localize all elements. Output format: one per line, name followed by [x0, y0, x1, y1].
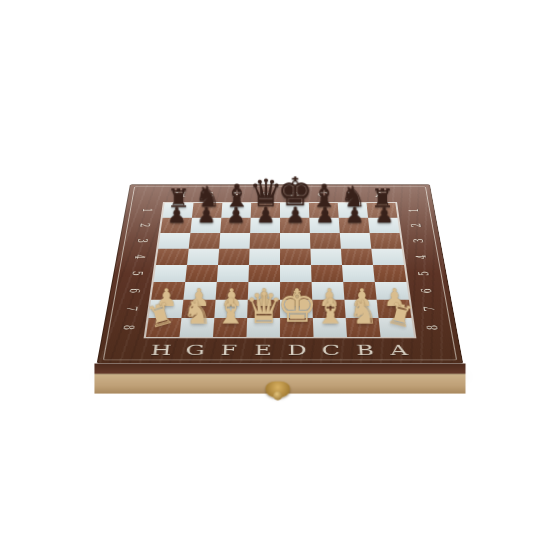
chess-piece-light-n-B8: ♞ [348, 295, 378, 328]
square-A3 [370, 233, 402, 249]
square-E2 [250, 218, 280, 233]
square-D1 [280, 203, 309, 218]
square-E4 [249, 249, 280, 265]
rank-label-3: 3 [125, 233, 158, 249]
square-G2 [190, 218, 221, 233]
square-F1 [221, 203, 251, 218]
case-front-panel [94, 374, 465, 394]
file-label-far-B: B [337, 187, 367, 202]
rank-label-1: 1 [398, 203, 430, 218]
square-D4 [280, 249, 311, 265]
square-H3 [158, 233, 190, 249]
square-H1 [163, 203, 194, 218]
rank-label-2: 2 [128, 217, 160, 233]
rank-label-3: 3 [402, 233, 435, 249]
rank-label-4: 4 [122, 248, 155, 265]
square-F4 [218, 249, 250, 265]
square-D3 [280, 233, 310, 249]
square-A2 [368, 218, 399, 233]
chess-board-3d: HGFEDCBA HGFEDCBA 12345678 12345678 ♜♞♝♛… [97, 184, 464, 363]
square-A4 [371, 249, 404, 265]
case-front [94, 364, 465, 394]
scene: HGFEDCBA HGFEDCBA 12345678 12345678 ♜♞♝♛… [0, 0, 560, 560]
file-label-far-C: C [308, 187, 337, 202]
square-E3 [250, 233, 280, 249]
square-C3 [310, 233, 341, 249]
square-C1 [309, 203, 339, 218]
file-labels-top: HGFEDCBA [165, 187, 395, 202]
case-front-edge [94, 364, 465, 374]
file-label-far-A: A [365, 187, 395, 202]
file-label-far-G: G [194, 187, 224, 202]
square-G3 [189, 233, 221, 249]
square-G4 [187, 249, 219, 265]
rank-label-1: 1 [131, 203, 163, 218]
square-E1 [251, 203, 280, 218]
square-H2 [160, 218, 191, 233]
chess-piece-light-n-G8: ♞ [182, 295, 212, 328]
square-B1 [338, 203, 368, 218]
file-label-far-F: F [222, 187, 251, 202]
file-label-far-D: D [280, 187, 309, 202]
file-label-far-H: H [165, 187, 195, 202]
square-B2 [339, 218, 370, 233]
square-C4 [310, 249, 342, 265]
chess-piece-light-b-F8: ♝ [214, 293, 246, 328]
rank-label-2: 2 [400, 217, 432, 233]
chess-piece-light-b-C8: ♝ [314, 293, 346, 328]
file-label-far-E: E [251, 187, 280, 202]
brass-clasp-icon [266, 381, 290, 398]
square-H4 [156, 249, 189, 265]
square-F2 [220, 218, 250, 233]
square-B3 [340, 233, 372, 249]
square-B4 [341, 249, 373, 265]
product-photo: HGFEDCBA HGFEDCBA 12345678 12345678 ♜♞♝♛… [0, 0, 560, 560]
chess-piece-light-k-D8: ♚ [276, 284, 316, 329]
square-D2 [280, 218, 310, 233]
square-F3 [219, 233, 250, 249]
square-C2 [309, 218, 339, 233]
rank-label-4: 4 [404, 248, 437, 265]
square-A1 [367, 203, 398, 218]
square-G1 [192, 203, 222, 218]
